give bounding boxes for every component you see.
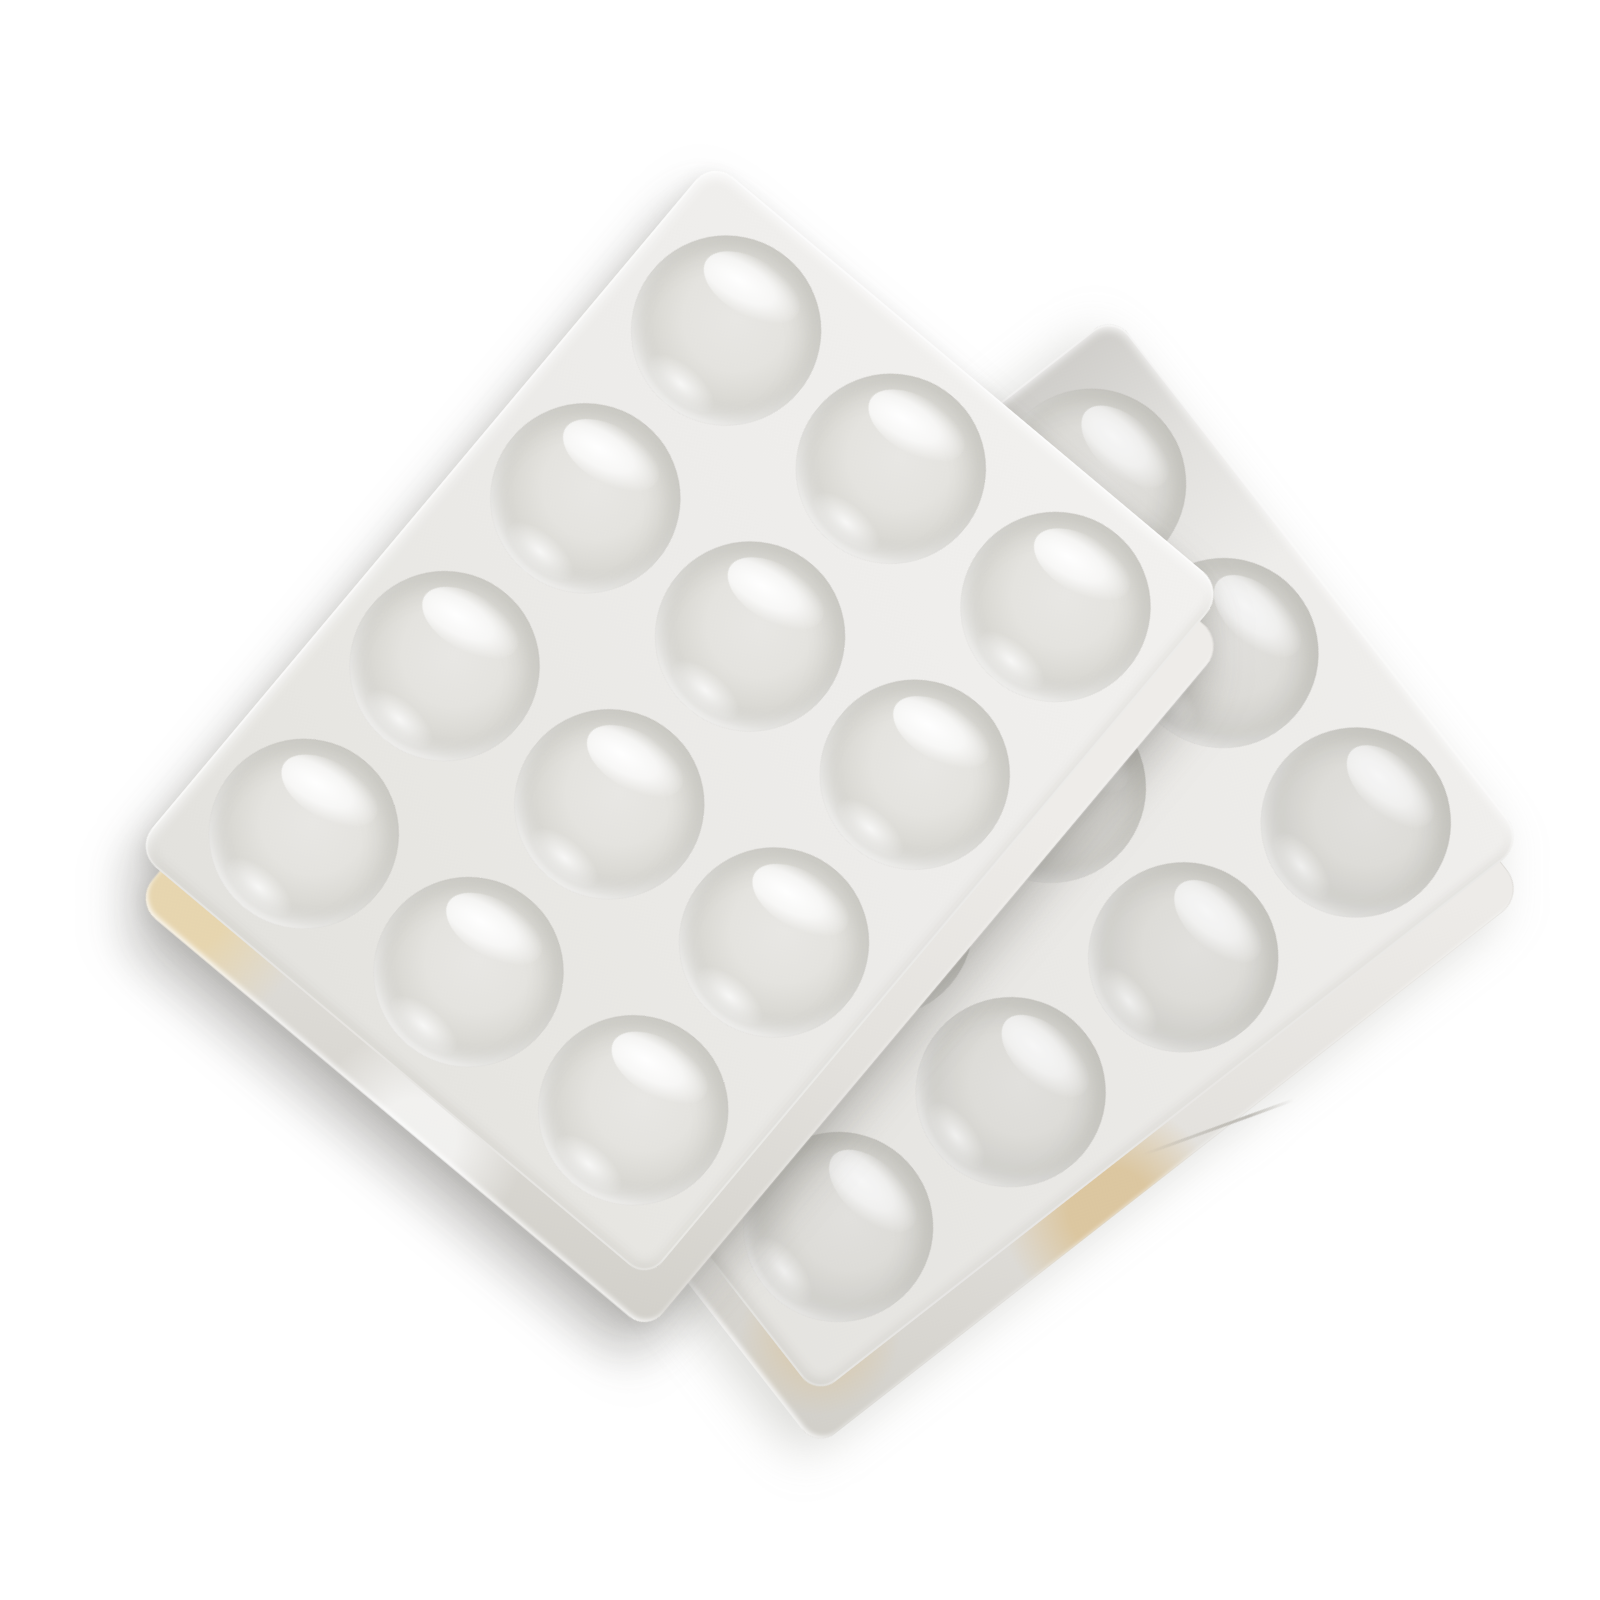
scene [0,0,1600,1600]
